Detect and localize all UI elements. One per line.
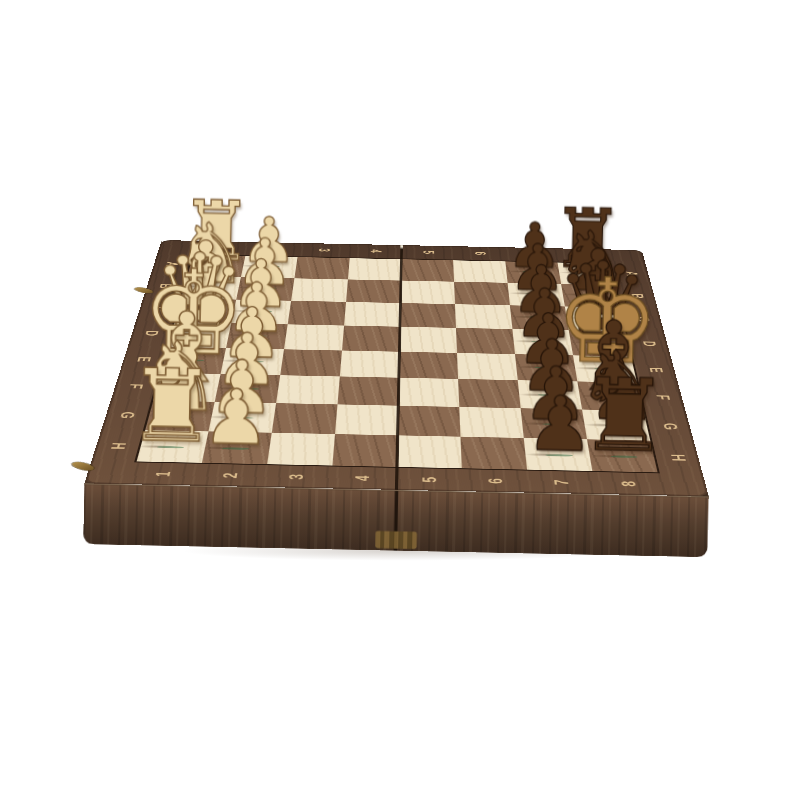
rank-label-top-6: 6: [468, 249, 492, 259]
board-case: AA11BB22CC33DD44EE55FF66GG77HH88 ♜♟♟♜♞♟♟…: [84, 240, 708, 496]
square-a6[interactable]: [453, 260, 507, 282]
square-a5[interactable]: [401, 259, 454, 281]
square-d5[interactable]: [400, 327, 458, 353]
product-photo-stage: AA11BB22CC33DD44EE55FF66GG77HH88 ♜♟♟♜♞♟♟…: [0, 0, 800, 800]
square-d3[interactable]: [284, 324, 344, 350]
square-d6[interactable]: [456, 328, 515, 354]
rank-label-top-2: 2: [259, 244, 284, 254]
rank-label-top-3: 3: [311, 245, 335, 255]
piece-black-rook-h8[interactable]: ♜: [589, 440, 656, 457]
black-rook-glyph: ♜: [579, 365, 671, 467]
chess-board: AA11BB22CC33DD44EE55FF66GG77HH88 ♜♟♟♜♞♟♟…: [84, 240, 708, 496]
square-b3[interactable]: [291, 278, 348, 302]
square-c6[interactable]: [455, 304, 512, 329]
square-b4[interactable]: [346, 279, 401, 303]
rank-label-top-7: 7: [520, 250, 544, 260]
square-c5[interactable]: [400, 303, 456, 328]
case-front-face: [83, 483, 709, 557]
square-b6[interactable]: [454, 282, 510, 306]
piece-white-pawn-h2[interactable]: ♟: [203, 432, 270, 449]
square-a7[interactable]: [506, 261, 562, 283]
square-a4[interactable]: [348, 258, 402, 280]
brass-hinge: [375, 531, 417, 549]
white-pawn-glyph: ♟: [202, 379, 271, 456]
piece-white-rook-h1[interactable]: ♜: [138, 431, 206, 448]
rank-label-top-4: 4: [364, 246, 388, 256]
square-c3[interactable]: [287, 301, 345, 326]
square-c4[interactable]: [344, 302, 401, 327]
rank-label-top-5: 5: [416, 248, 439, 258]
square-a3[interactable]: [294, 257, 349, 279]
square-d4[interactable]: [342, 325, 400, 351]
square-b5[interactable]: [401, 281, 456, 305]
square-a2[interactable]: [241, 256, 298, 278]
